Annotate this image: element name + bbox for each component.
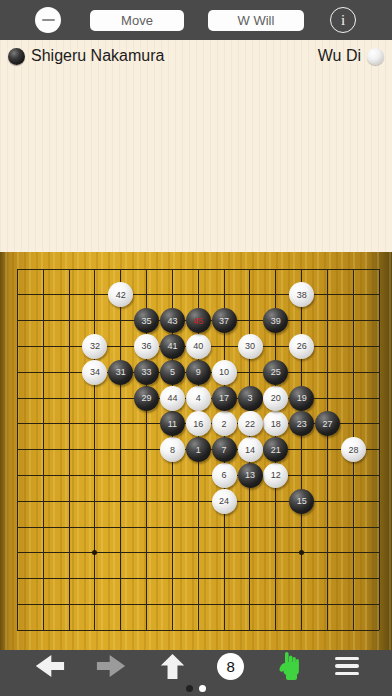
- grid-line-vertical: [327, 269, 328, 630]
- collapse-button[interactable]: [35, 7, 61, 33]
- stone-13-black[interactable]: 13: [238, 463, 263, 488]
- grid-line-horizontal: [17, 475, 379, 476]
- stone-1-black[interactable]: 1: [186, 437, 211, 462]
- stone-26-white[interactable]: 26: [289, 334, 314, 359]
- stone-5-black[interactable]: 5: [160, 360, 185, 385]
- stone-43-black[interactable]: 43: [160, 308, 185, 333]
- stone-27-black[interactable]: 27: [315, 411, 340, 436]
- stone-9-black[interactable]: 9: [186, 360, 211, 385]
- stone-10-white[interactable]: 10: [212, 360, 237, 385]
- star-point: [299, 550, 304, 555]
- stone-25-black[interactable]: 25: [263, 360, 288, 385]
- stone-33-black[interactable]: 33: [134, 360, 159, 385]
- stone-45-black[interactable]: 45: [186, 308, 211, 333]
- stone-42-white[interactable]: 42: [108, 282, 133, 307]
- move-button[interactable]: Move: [90, 10, 184, 31]
- info-button[interactable]: i: [330, 7, 356, 33]
- go-board[interactable]: 1234567891011121314151617181920212223242…: [0, 252, 392, 650]
- stone-15-black[interactable]: 15: [289, 489, 314, 514]
- stone-35-black[interactable]: 35: [134, 308, 159, 333]
- w-will-button[interactable]: W Will: [208, 10, 304, 31]
- app-screen: Move W Will i Shigeru Nakamura Wu Di 123…: [0, 0, 392, 696]
- comment-area: Shigeru Nakamura Wu Di: [0, 40, 392, 252]
- top-navigation-bar: Move W Will i: [0, 0, 392, 40]
- stone-17-black[interactable]: 17: [212, 386, 237, 411]
- stone-30-white[interactable]: 30: [238, 334, 263, 359]
- forward-button[interactable]: [96, 654, 127, 678]
- stone-24-white[interactable]: 24: [212, 489, 237, 514]
- page-dot-2[interactable]: [199, 685, 206, 692]
- grid-line-horizontal: [17, 604, 379, 605]
- stone-29-black[interactable]: 29: [134, 386, 159, 411]
- stone-21-black[interactable]: 21: [263, 437, 288, 462]
- stone-8-white[interactable]: 8: [160, 437, 185, 462]
- stone-34-white[interactable]: 34: [82, 360, 107, 385]
- up-button[interactable]: [159, 653, 186, 680]
- stone-19-black[interactable]: 19: [289, 386, 314, 411]
- grid-line-vertical: [301, 269, 302, 630]
- stone-3-black[interactable]: 3: [238, 386, 263, 411]
- black-player-name: Shigeru Nakamura: [31, 47, 164, 65]
- stone-14-white[interactable]: 14: [238, 437, 263, 462]
- player-strip: Shigeru Nakamura Wu Di: [0, 40, 392, 72]
- star-point: [92, 550, 97, 555]
- stone-41-black[interactable]: 41: [160, 334, 185, 359]
- grid-line-horizontal: [17, 552, 379, 553]
- stone-16-white[interactable]: 16: [186, 411, 211, 436]
- info-icon: i: [341, 13, 345, 28]
- arrow-right-icon: [96, 654, 127, 678]
- stone-12-white[interactable]: 12: [263, 463, 288, 488]
- stone-44-white[interactable]: 44: [160, 386, 185, 411]
- page-dots[interactable]: [0, 684, 392, 692]
- stone-2-white[interactable]: 2: [212, 411, 237, 436]
- grid-line-vertical: [379, 269, 380, 630]
- bottom-toolbar: 8: [0, 650, 392, 696]
- white-player-name: Wu Di: [318, 47, 361, 65]
- menu-button[interactable]: [335, 657, 359, 676]
- stone-11-black[interactable]: 11: [160, 411, 185, 436]
- stone-23-black[interactable]: 23: [289, 411, 314, 436]
- stone-28-white[interactable]: 28: [341, 437, 366, 462]
- move-number-badge[interactable]: 8: [217, 653, 244, 680]
- play-hand-button[interactable]: [276, 651, 304, 681]
- hamburger-icon: [335, 657, 359, 661]
- stone-36-white[interactable]: 36: [134, 334, 159, 359]
- grid-line-horizontal: [17, 578, 379, 579]
- black-stone-icon: [8, 48, 25, 65]
- stone-18-white[interactable]: 18: [263, 411, 288, 436]
- stone-37-black[interactable]: 37: [212, 308, 237, 333]
- stone-7-black[interactable]: 7: [212, 437, 237, 462]
- stone-38-white[interactable]: 38: [289, 282, 314, 307]
- stone-6-white[interactable]: 6: [212, 463, 237, 488]
- stone-4-white[interactable]: 4: [186, 386, 211, 411]
- stone-39-black[interactable]: 39: [263, 308, 288, 333]
- stone-22-white[interactable]: 22: [238, 411, 263, 436]
- page-dot-1[interactable]: [186, 685, 193, 692]
- back-button[interactable]: [34, 654, 65, 678]
- grid-line-horizontal: [17, 501, 379, 502]
- arrow-left-icon: [34, 654, 65, 678]
- grid-line-horizontal: [17, 527, 379, 528]
- stone-32-white[interactable]: 32: [82, 334, 107, 359]
- white-stone-icon: [367, 48, 384, 65]
- minus-icon: [42, 19, 55, 22]
- grid-line-horizontal: [17, 630, 379, 631]
- stone-31-black[interactable]: 31: [108, 360, 133, 385]
- arrow-up-icon: [159, 653, 186, 680]
- stone-20-white[interactable]: 20: [263, 386, 288, 411]
- hand-icon: [276, 651, 304, 681]
- stone-40-white[interactable]: 40: [186, 334, 211, 359]
